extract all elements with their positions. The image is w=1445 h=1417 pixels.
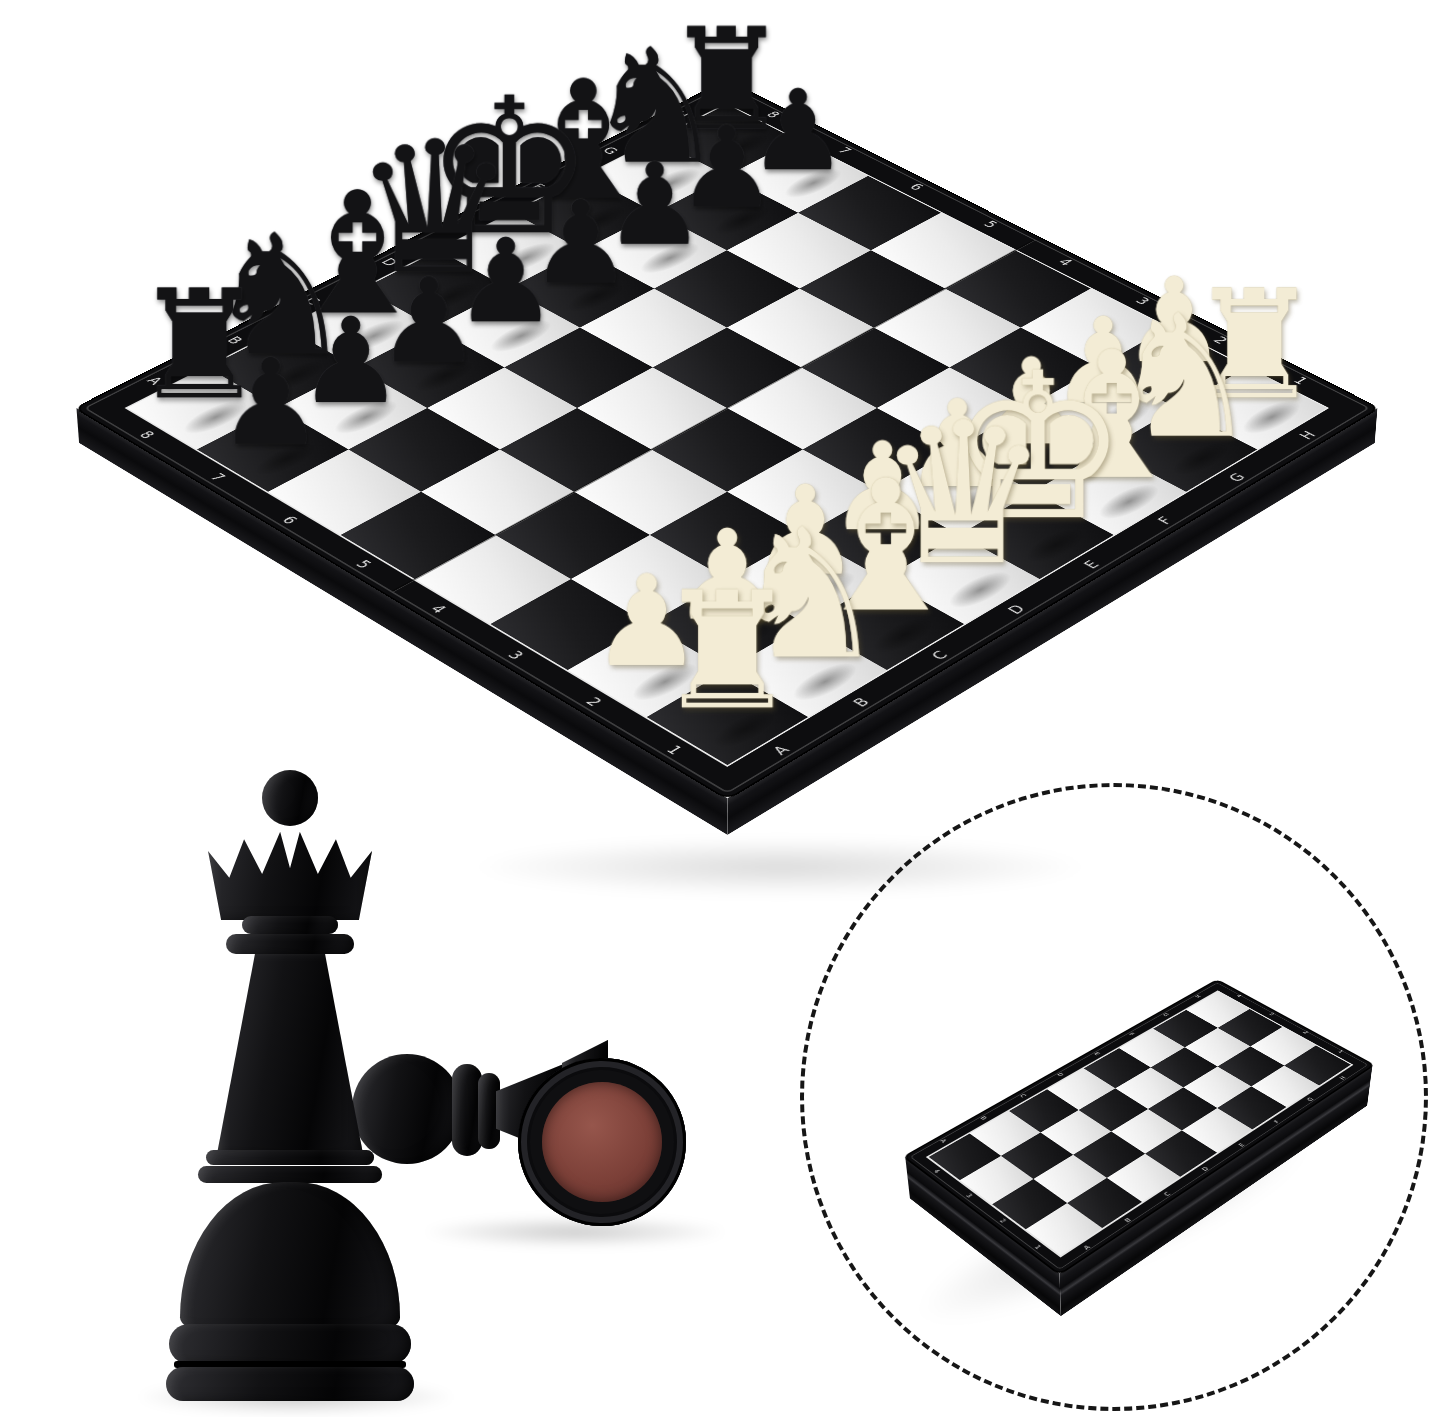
rank-label-left-7: 7: [207, 472, 227, 483]
folded-file-label: F: [1127, 1032, 1134, 1036]
queen-base-top: [169, 1324, 411, 1364]
file-label-bottom-c: C: [929, 649, 951, 662]
rank-label-left-3: 3: [504, 649, 525, 661]
folded-rank-label: 2: [997, 1219, 1006, 1225]
queen-finial-ball: [262, 770, 318, 826]
queen-ring-2: [198, 1166, 382, 1183]
file-label-bottom-d: D: [1005, 603, 1027, 616]
folded-rank-label: 1: [1032, 1245, 1041, 1251]
folded-rank-label: 3: [1267, 1012, 1274, 1016]
folded-file-label: B: [979, 1116, 988, 1121]
file-label-bottom-a: A: [770, 744, 792, 757]
folded-file-label: D: [1055, 1072, 1064, 1077]
folded-board-inset: AABBCCDDEEFFGGHH44332211: [800, 783, 1428, 1411]
file-label-bottom-g: G: [1226, 472, 1248, 484]
board-pieces: ♜♞♝♛♚♝♞♜♟♟♟♟♟♟♟♟♟♟♟♟♟♟♟♟♜♞♝♛♚♝♞♜: [125, 103, 1330, 767]
file-label-bottom-h: H: [1297, 430, 1318, 442]
folded-file-label: H: [1339, 1075, 1348, 1080]
rank-label-left-8: 8: [136, 430, 156, 441]
folded-file-label: G: [1161, 1013, 1169, 1018]
folded-file-label: G: [1306, 1097, 1315, 1102]
rank-label-right-6: 6: [907, 183, 926, 193]
queen-collar-2: [226, 934, 354, 954]
piece-black-pawn-a7: ♟: [194, 408, 346, 492]
rank-label-left-2: 2: [583, 696, 604, 708]
queen-bell-body: [180, 1182, 400, 1332]
pieces-closeup: [90, 758, 750, 1417]
pawn-head: [352, 1054, 462, 1164]
folded-file-label: E: [1238, 1142, 1246, 1147]
rank-label-left-6: 6: [279, 515, 299, 526]
folded-file-label: D: [1201, 1166, 1210, 1172]
piece-white-rook-a1: ♜: [646, 671, 808, 767]
rank-label-left-5: 5: [352, 559, 373, 571]
folded-chess-board: AABBCCDDEEFFGGHH44332211: [905, 980, 1372, 1273]
folded-rank-label: 4: [931, 1169, 940, 1175]
rank-label-left-4: 4: [428, 604, 449, 616]
product-photo: AA88BB77CC66DD55EE44FF33GG22HH11 ♜♞♝♛♚♝♞…: [0, 0, 1445, 1417]
folded-file-label: A: [1082, 1244, 1091, 1250]
queen-ring-1: [206, 1150, 374, 1165]
folded-rank-label: 1: [1336, 1050, 1344, 1055]
folded-file-label: A: [938, 1139, 947, 1144]
rank-label-right-5: 5: [981, 220, 1000, 230]
magnet-felt-base: [542, 1082, 662, 1202]
chess-board: AA88BB77CC66DD55EE44FF33GG22HH11 ♜♞♝♛♚♝♞…: [76, 81, 1377, 799]
file-label-bottom-e: E: [1081, 559, 1102, 571]
queen-collar-1: [242, 916, 338, 934]
folded-board-scene: AABBCCDDEEFFGGHH44332211: [804, 787, 1424, 1407]
folded-rank-label: 2: [1301, 1031, 1308, 1035]
file-label-bottom-b: B: [851, 696, 873, 709]
folded-rank-label: 3: [964, 1193, 973, 1199]
queen-neck: [217, 954, 363, 1154]
queen-coronet: [208, 824, 372, 920]
folded-file-label: E: [1092, 1052, 1100, 1057]
folded-file-label: H: [1193, 995, 1201, 999]
rank-label-left-1: 1: [663, 744, 684, 757]
file-label-bottom-f: F: [1155, 515, 1175, 526]
board-frame: AA88BB77CC66DD55EE44FF33GG22HH11 ♜♞♝♛♚♝♞…: [76, 81, 1377, 799]
folded-file-label: B: [1124, 1217, 1133, 1223]
folded-file-label: C: [1163, 1191, 1172, 1197]
folded-file-label: F: [1273, 1119, 1281, 1124]
rank-label-right-4: 4: [1056, 258, 1075, 268]
folded-rank-label: 4: [1235, 995, 1242, 999]
folded-file-label: C: [1018, 1094, 1026, 1099]
queen-base-bottom: [166, 1367, 414, 1401]
